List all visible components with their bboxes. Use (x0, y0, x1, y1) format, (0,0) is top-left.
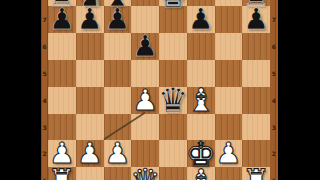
rank-label-right-4: 4 (270, 97, 277, 104)
black-p-d6[interactable]: ♟ (131, 33, 159, 60)
white-b-f1[interactable]: ♝ (187, 167, 215, 180)
chess-app-background: ♜♞♝♚♜♟♟♟♟♟♟♛♟♝♟♟♟♚♟♜♛♝♜ 8877665544332211 (0, 0, 320, 180)
rank-label-right-3: 3 (270, 124, 277, 131)
rank-label-left-2: 2 (41, 150, 48, 157)
black-k-e8[interactable]: ♚ (159, 0, 187, 8)
rank-label-right-5: 5 (270, 70, 277, 77)
rank-label-right-6: 6 (270, 43, 277, 50)
black-p-f7[interactable]: ♟ (187, 6, 215, 33)
rank-label-left-1: 1 (41, 177, 48, 180)
white-r-a1[interactable]: ♜ (48, 167, 76, 180)
white-q-d1[interactable]: ♛ (131, 167, 159, 180)
black-p-h7[interactable]: ♟ (242, 6, 270, 33)
board-frame: ♜♞♝♚♜♟♟♟♟♟♟♛♟♝♟♟♟♚♟♜♛♝♜ 8877665544332211 (41, 0, 278, 180)
black-p-c7[interactable]: ♟ (104, 6, 132, 33)
white-b-f4[interactable]: ♝ (187, 87, 215, 114)
rank-label-left-6: 6 (41, 43, 48, 50)
rank-label-left-7: 7 (41, 16, 48, 23)
white-p-c2[interactable]: ♟ (104, 140, 132, 167)
white-p-d4[interactable]: ♟ (131, 87, 159, 114)
black-p-b7[interactable]: ♟ (76, 6, 104, 33)
white-p-g2[interactable]: ♟ (215, 140, 243, 167)
rank-label-left-3: 3 (41, 124, 48, 131)
black-p-a7[interactable]: ♟ (48, 6, 76, 33)
rank-label-left-4: 4 (41, 97, 48, 104)
pieces-layer: ♜♞♝♚♜♟♟♟♟♟♟♛♟♝♟♟♟♚♟♜♛♝♜ (48, 0, 270, 180)
white-r-h1[interactable]: ♜ (242, 167, 270, 180)
rank-label-right-2: 2 (270, 150, 277, 157)
rank-label-left-5: 5 (41, 70, 48, 77)
white-p-b2[interactable]: ♟ (76, 140, 104, 167)
black-q-e4[interactable]: ♛ (159, 87, 187, 114)
rank-label-right-1: 1 (270, 177, 277, 180)
rank-label-right-7: 7 (270, 16, 277, 23)
